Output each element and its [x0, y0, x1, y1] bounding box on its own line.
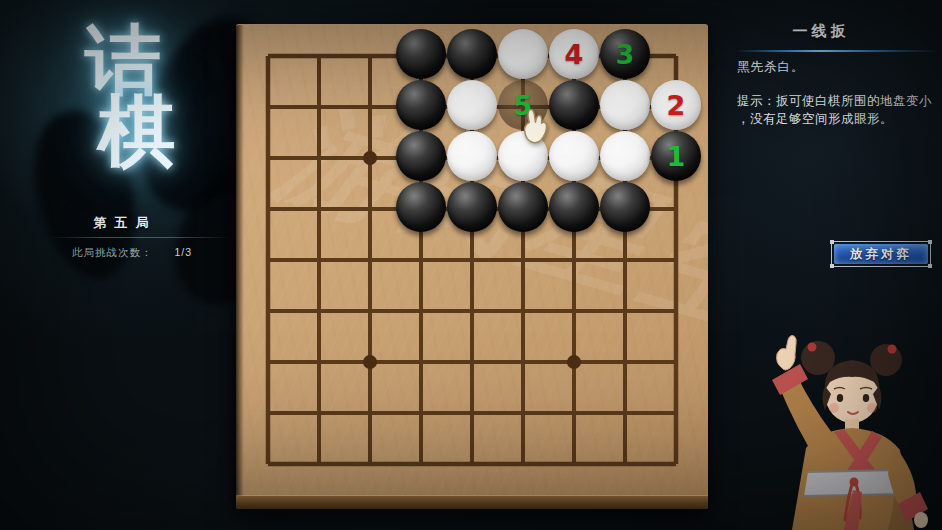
- puzzle-hint: 提示：扳可使白棋所围的地盘变小，没有足够空间形成眼形。: [737, 92, 942, 128]
- stone-black: [447, 182, 497, 232]
- npc-girl: [748, 332, 942, 530]
- stone-black: [498, 182, 548, 232]
- move-number-label: 1: [667, 143, 686, 170]
- star-point: [567, 355, 581, 369]
- round-label: 第五局: [20, 214, 230, 232]
- stone-white: [600, 131, 650, 181]
- game-title-char-2: 棋: [98, 92, 176, 170]
- puzzle-title: 一线扳: [730, 22, 912, 41]
- move-number-label: 3: [616, 41, 635, 68]
- go-board[interactable]: 游民星空 43521: [236, 24, 708, 509]
- eye: [837, 394, 843, 402]
- stone-black: 3: [600, 29, 650, 79]
- star-point: [363, 355, 377, 369]
- hair-ornament: [808, 343, 817, 352]
- star-point: [363, 151, 377, 165]
- stone-white: [447, 80, 497, 130]
- stone-black: [396, 131, 446, 181]
- stone-white: 4: [549, 29, 599, 79]
- hint-line-1: 提示：扳可使白棋所围的地盘变小: [737, 94, 932, 108]
- stone-black: [396, 80, 446, 130]
- button-corner-ornament: [830, 264, 834, 268]
- attempts-row: 此局挑战次数：1/3: [72, 246, 192, 260]
- stone-black: 1: [651, 131, 701, 181]
- stone-black: [600, 182, 650, 232]
- give-up-button-label: 放弃对弈: [834, 244, 928, 264]
- board-bottom-bevel: [236, 496, 708, 509]
- move-number-label: 4: [565, 41, 584, 68]
- give-up-button[interactable]: 放弃对弈: [831, 241, 931, 267]
- stone-white: [498, 29, 548, 79]
- stone-black: [549, 80, 599, 130]
- stone-white: [549, 131, 599, 181]
- stone-white: 2: [651, 80, 701, 130]
- hand-right: [914, 512, 928, 528]
- puzzle-objective: 黑先杀白。: [737, 59, 805, 76]
- stone-black: [396, 29, 446, 79]
- hair-ornament: [888, 345, 897, 354]
- button-corner-ornament: [928, 240, 932, 244]
- hand-cursor-icon: [517, 105, 551, 147]
- attempts-value: 1/3: [175, 246, 193, 258]
- hair-bun-left: [801, 341, 835, 375]
- attempts-label: 此局挑战次数：: [72, 246, 153, 258]
- blush: [867, 403, 877, 413]
- tsumego-screen: 诘 棋 第五局 此局挑战次数：1/3 游民星空 43521 一线扳 黑先杀白。 …: [0, 0, 942, 530]
- button-corner-ornament: [830, 240, 834, 244]
- button-corner-ornament: [928, 264, 932, 268]
- eye: [863, 394, 869, 402]
- stone-black: [447, 29, 497, 79]
- title-divider: [736, 50, 938, 52]
- hint-line-2: ，没有足够空间形成眼形。: [737, 112, 893, 126]
- move-number-label: 2: [667, 92, 686, 119]
- blush: [829, 403, 839, 413]
- board-left-bevel: [236, 25, 244, 509]
- stone-white: [447, 131, 497, 181]
- stone-black: [396, 182, 446, 232]
- stone-black: [549, 182, 599, 232]
- hand-raised: [777, 336, 797, 371]
- left-divider: [50, 237, 230, 238]
- stone-white: [600, 80, 650, 130]
